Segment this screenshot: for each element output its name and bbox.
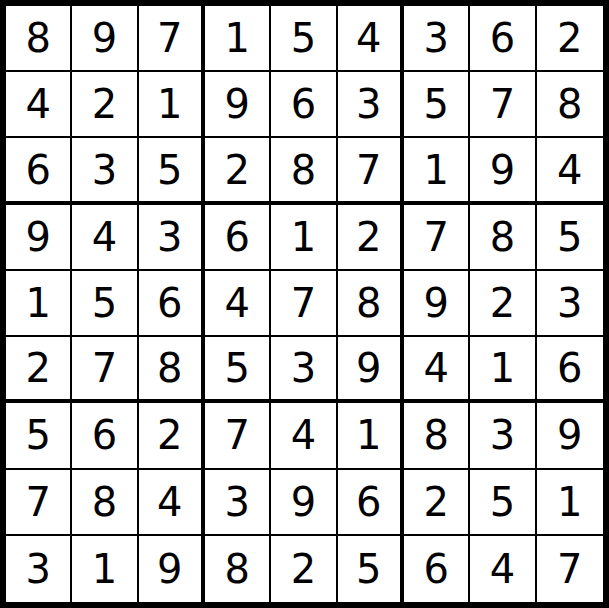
sudoku-cell[interactable]: 4 — [537, 138, 603, 204]
sudoku-cell[interactable]: 3 — [404, 6, 470, 72]
sudoku-cell[interactable]: 3 — [338, 72, 404, 138]
sudoku-cell[interactable]: 1 — [338, 403, 404, 469]
sudoku-cell[interactable]: 2 — [205, 138, 271, 204]
sudoku-cell[interactable]: 4 — [205, 271, 271, 337]
sudoku-cell[interactable]: 4 — [72, 205, 138, 271]
sudoku-cell[interactable]: 1 — [470, 337, 536, 403]
sudoku-cell[interactable]: 8 — [470, 205, 536, 271]
sudoku-cell[interactable]: 2 — [271, 536, 337, 602]
sudoku-cell[interactable]: 6 — [6, 138, 72, 204]
sudoku-cell[interactable]: 6 — [139, 271, 205, 337]
sudoku-cell[interactable]: 9 — [537, 403, 603, 469]
sudoku-cell[interactable]: 6 — [72, 403, 138, 469]
sudoku-cell[interactable]: 1 — [537, 470, 603, 536]
sudoku-cell[interactable]: 3 — [470, 403, 536, 469]
sudoku-cell[interactable]: 1 — [72, 536, 138, 602]
sudoku-cell[interactable]: 3 — [271, 337, 337, 403]
sudoku-cell[interactable]: 1 — [271, 205, 337, 271]
sudoku-cell[interactable]: 2 — [6, 337, 72, 403]
sudoku-cell[interactable]: 5 — [404, 72, 470, 138]
sudoku-cell[interactable]: 6 — [404, 536, 470, 602]
sudoku-cell[interactable]: 5 — [537, 205, 603, 271]
sudoku-cell[interactable]: 8 — [271, 138, 337, 204]
sudoku-cell[interactable]: 5 — [139, 138, 205, 204]
sudoku-cell[interactable]: 9 — [404, 271, 470, 337]
sudoku-cell[interactable]: 2 — [537, 6, 603, 72]
sudoku-cell[interactable]: 9 — [72, 6, 138, 72]
sudoku-cell[interactable]: 5 — [338, 536, 404, 602]
sudoku-cell[interactable]: 3 — [537, 271, 603, 337]
sudoku-cell[interactable]: 7 — [271, 271, 337, 337]
sudoku-cell[interactable]: 1 — [205, 6, 271, 72]
sudoku-cell[interactable]: 9 — [205, 72, 271, 138]
sudoku-cell[interactable]: 8 — [6, 6, 72, 72]
sudoku-cell[interactable]: 6 — [205, 205, 271, 271]
sudoku-cell[interactable]: 2 — [139, 403, 205, 469]
sudoku-cell[interactable]: 9 — [338, 337, 404, 403]
sudoku-cell[interactable]: 3 — [205, 470, 271, 536]
sudoku-cell[interactable]: 9 — [271, 470, 337, 536]
sudoku-cell[interactable]: 8 — [338, 271, 404, 337]
sudoku-cell[interactable]: 4 — [338, 6, 404, 72]
sudoku-cell[interactable]: 8 — [537, 72, 603, 138]
sudoku-cell[interactable]: 1 — [139, 72, 205, 138]
sudoku-cell[interactable]: 1 — [404, 138, 470, 204]
sudoku-cell[interactable]: 7 — [470, 72, 536, 138]
sudoku-cell[interactable]: 6 — [537, 337, 603, 403]
sudoku-cell[interactable]: 6 — [470, 6, 536, 72]
sudoku-cell[interactable]: 6 — [271, 72, 337, 138]
sudoku-cell[interactable]: 4 — [470, 536, 536, 602]
sudoku-cell[interactable]: 5 — [470, 470, 536, 536]
sudoku-board: 8971543624219635786352871949436127851564… — [0, 0, 609, 608]
sudoku-cell[interactable]: 4 — [139, 470, 205, 536]
sudoku-cell[interactable]: 8 — [72, 470, 138, 536]
sudoku-cell[interactable]: 6 — [338, 470, 404, 536]
sudoku-cell[interactable]: 9 — [470, 138, 536, 204]
sudoku-cell[interactable]: 7 — [537, 536, 603, 602]
sudoku-cell[interactable]: 8 — [205, 536, 271, 602]
sudoku-cell[interactable]: 3 — [72, 138, 138, 204]
sudoku-cell[interactable]: 7 — [338, 138, 404, 204]
sudoku-cell[interactable]: 7 — [404, 205, 470, 271]
sudoku-cell[interactable]: 5 — [6, 403, 72, 469]
sudoku-cell[interactable]: 4 — [6, 72, 72, 138]
sudoku-cell[interactable]: 5 — [72, 271, 138, 337]
sudoku-cell[interactable]: 2 — [404, 470, 470, 536]
sudoku-cell[interactable]: 7 — [139, 6, 205, 72]
sudoku-cell[interactable]: 2 — [72, 72, 138, 138]
sudoku-cell[interactable]: 3 — [6, 536, 72, 602]
sudoku-cell[interactable]: 2 — [338, 205, 404, 271]
sudoku-cell[interactable]: 5 — [271, 6, 337, 72]
sudoku-cell[interactable]: 8 — [404, 403, 470, 469]
sudoku-cell[interactable]: 9 — [139, 536, 205, 602]
sudoku-cell[interactable]: 5 — [205, 337, 271, 403]
sudoku-cell[interactable]: 1 — [6, 271, 72, 337]
sudoku-cell[interactable]: 2 — [470, 271, 536, 337]
sudoku-cell[interactable]: 4 — [404, 337, 470, 403]
sudoku-cell[interactable]: 3 — [139, 205, 205, 271]
sudoku-cell[interactable]: 9 — [6, 205, 72, 271]
sudoku-cell[interactable]: 7 — [6, 470, 72, 536]
sudoku-cell[interactable]: 7 — [205, 403, 271, 469]
sudoku-cell[interactable]: 8 — [139, 337, 205, 403]
sudoku-cell[interactable]: 7 — [72, 337, 138, 403]
sudoku-cell[interactable]: 4 — [271, 403, 337, 469]
